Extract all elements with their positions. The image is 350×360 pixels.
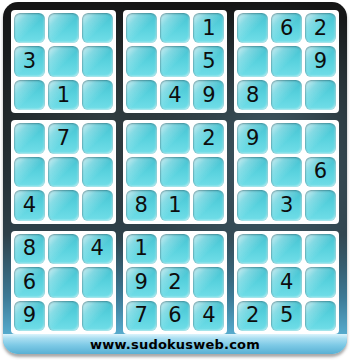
cell-r5c5[interactable] bbox=[160, 157, 191, 187]
cell-r8c9[interactable] bbox=[305, 267, 336, 297]
cell-r1c1[interactable] bbox=[14, 13, 45, 43]
cell-r6c8[interactable]: 3 bbox=[271, 190, 302, 220]
cell-r3c5[interactable]: 4 bbox=[160, 80, 191, 110]
cell-r7c3[interactable]: 4 bbox=[82, 234, 113, 264]
cell-r4c8[interactable] bbox=[271, 123, 302, 153]
cell-r1c6[interactable]: 1 bbox=[193, 13, 224, 43]
cell-r8c1[interactable]: 6 bbox=[14, 267, 45, 297]
cell-r6c5[interactable]: 1 bbox=[160, 190, 191, 220]
cell-r4c4[interactable] bbox=[126, 123, 157, 153]
cell-r6c2[interactable] bbox=[48, 190, 79, 220]
cell-r2c9[interactable]: 9 bbox=[305, 46, 336, 76]
cell-r8c5[interactable]: 2 bbox=[160, 267, 191, 297]
cell-r9c3[interactable] bbox=[82, 301, 113, 331]
cell-r4c9[interactable] bbox=[305, 123, 336, 153]
site-footer-band: www.sudokusweb.com bbox=[3, 334, 347, 354]
cell-r4c2[interactable]: 7 bbox=[48, 123, 79, 153]
cell-r1c3[interactable] bbox=[82, 13, 113, 43]
cell-r3c4[interactable] bbox=[126, 80, 157, 110]
cell-r7c1[interactable]: 8 bbox=[14, 234, 45, 264]
cell-r3c9[interactable] bbox=[305, 80, 336, 110]
block-1-1: 31 bbox=[11, 10, 116, 113]
cell-r8c2[interactable] bbox=[48, 267, 79, 297]
block-1-3: 6298 bbox=[234, 10, 339, 113]
page-background: 3115496298742819638469192764425 www.sudo… bbox=[0, 0, 350, 360]
cell-r9c4[interactable]: 7 bbox=[126, 301, 157, 331]
sudoku-card: 3115496298742819638469192764425 www.sudo… bbox=[3, 2, 347, 354]
cell-r2c3[interactable] bbox=[82, 46, 113, 76]
cell-r6c9[interactable] bbox=[305, 190, 336, 220]
cell-r3c6[interactable]: 9 bbox=[193, 80, 224, 110]
cell-r9c5[interactable]: 6 bbox=[160, 301, 191, 331]
cell-r7c4[interactable]: 1 bbox=[126, 234, 157, 264]
cell-r2c6[interactable]: 5 bbox=[193, 46, 224, 76]
cell-r5c9[interactable]: 6 bbox=[305, 157, 336, 187]
cell-r9c2[interactable] bbox=[48, 301, 79, 331]
cell-r5c8[interactable] bbox=[271, 157, 302, 187]
cell-r1c4[interactable] bbox=[126, 13, 157, 43]
cell-r8c8[interactable]: 4 bbox=[271, 267, 302, 297]
cell-r1c2[interactable] bbox=[48, 13, 79, 43]
cell-r4c3[interactable] bbox=[82, 123, 113, 153]
cell-r9c9[interactable] bbox=[305, 301, 336, 331]
block-2-3: 963 bbox=[234, 120, 339, 223]
block-1-2: 1549 bbox=[123, 10, 228, 113]
cell-r4c5[interactable] bbox=[160, 123, 191, 153]
cell-r6c3[interactable] bbox=[82, 190, 113, 220]
cell-r1c7[interactable] bbox=[237, 13, 268, 43]
cell-r9c8[interactable]: 5 bbox=[271, 301, 302, 331]
cell-r2c8[interactable] bbox=[271, 46, 302, 76]
cell-r8c6[interactable] bbox=[193, 267, 224, 297]
cell-r5c1[interactable] bbox=[14, 157, 45, 187]
cell-r6c4[interactable]: 8 bbox=[126, 190, 157, 220]
cell-r3c7[interactable]: 8 bbox=[237, 80, 268, 110]
cell-r1c9[interactable]: 2 bbox=[305, 13, 336, 43]
cell-r2c2[interactable] bbox=[48, 46, 79, 76]
cell-r1c5[interactable] bbox=[160, 13, 191, 43]
block-2-1: 74 bbox=[11, 120, 116, 223]
cell-r9c6[interactable]: 4 bbox=[193, 301, 224, 331]
cell-r6c1[interactable]: 4 bbox=[14, 190, 45, 220]
cell-r4c1[interactable] bbox=[14, 123, 45, 153]
cell-r7c5[interactable] bbox=[160, 234, 191, 264]
cell-r7c9[interactable] bbox=[305, 234, 336, 264]
cell-r2c5[interactable] bbox=[160, 46, 191, 76]
cell-r6c6[interactable] bbox=[193, 190, 224, 220]
cell-r8c3[interactable] bbox=[82, 267, 113, 297]
cell-r7c6[interactable] bbox=[193, 234, 224, 264]
block-3-3: 425 bbox=[234, 231, 339, 334]
cell-r5c6[interactable] bbox=[193, 157, 224, 187]
cell-r5c2[interactable] bbox=[48, 157, 79, 187]
cell-r4c6[interactable]: 2 bbox=[193, 123, 224, 153]
cell-r9c7[interactable]: 2 bbox=[237, 301, 268, 331]
cell-r3c2[interactable]: 1 bbox=[48, 80, 79, 110]
cell-r8c4[interactable]: 9 bbox=[126, 267, 157, 297]
block-3-2: 192764 bbox=[123, 231, 228, 334]
cell-r1c8[interactable]: 6 bbox=[271, 13, 302, 43]
cell-r7c7[interactable] bbox=[237, 234, 268, 264]
sudoku-board: 3115496298742819638469192764425 bbox=[11, 10, 339, 334]
cell-r3c1[interactable] bbox=[14, 80, 45, 110]
cell-r3c3[interactable] bbox=[82, 80, 113, 110]
cell-r6c7[interactable] bbox=[237, 190, 268, 220]
cell-r2c1[interactable]: 3 bbox=[14, 46, 45, 76]
site-url: www.sudokusweb.com bbox=[90, 337, 260, 352]
block-3-1: 8469 bbox=[11, 231, 116, 334]
cell-r2c4[interactable] bbox=[126, 46, 157, 76]
cell-r9c1[interactable]: 9 bbox=[14, 301, 45, 331]
cell-r2c7[interactable] bbox=[237, 46, 268, 76]
cell-r5c7[interactable] bbox=[237, 157, 268, 187]
block-2-2: 281 bbox=[123, 120, 228, 223]
cell-r7c2[interactable] bbox=[48, 234, 79, 264]
cell-r7c8[interactable] bbox=[271, 234, 302, 264]
cell-r8c7[interactable] bbox=[237, 267, 268, 297]
cell-r3c8[interactable] bbox=[271, 80, 302, 110]
cell-r4c7[interactable]: 9 bbox=[237, 123, 268, 153]
cell-r5c4[interactable] bbox=[126, 157, 157, 187]
cell-r5c3[interactable] bbox=[82, 157, 113, 187]
